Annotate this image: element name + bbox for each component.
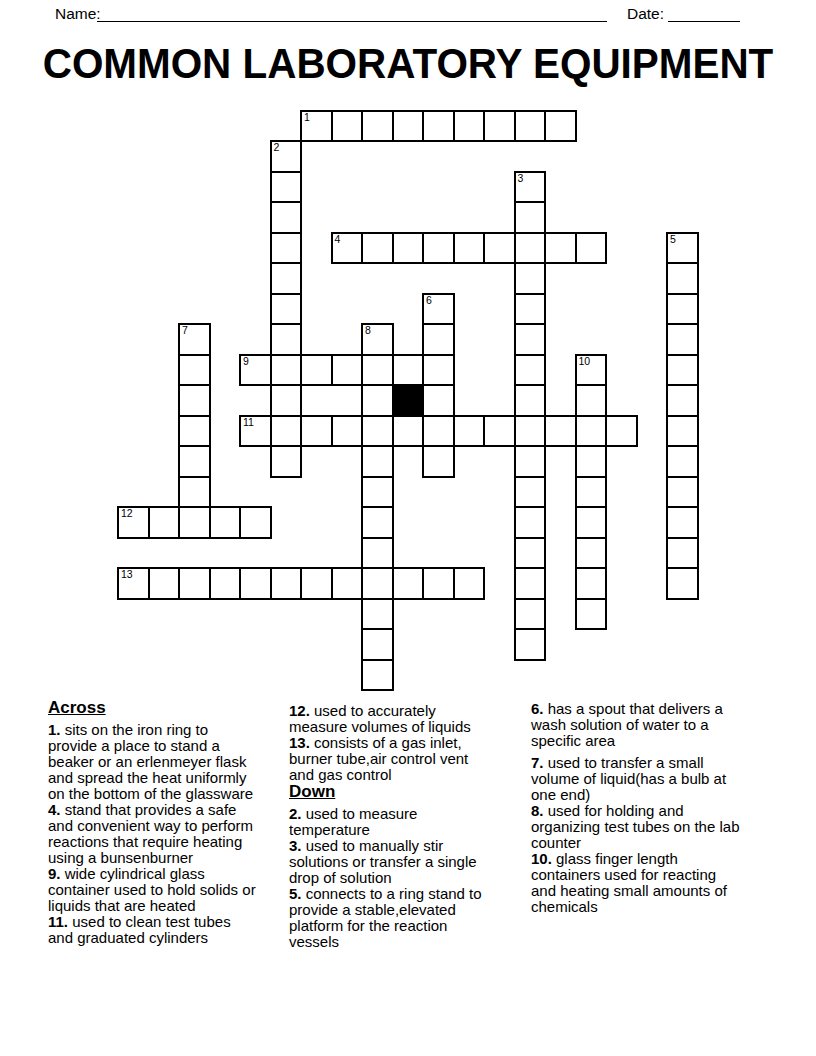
clue-num-label: 5. [289, 885, 302, 902]
grid-cell-r4c9[interactable] [392, 232, 425, 265]
grid-cell-r10c5[interactable] [270, 415, 303, 448]
grid-cell-r0c8[interactable] [361, 110, 394, 143]
grid-cell-r3c5[interactable] [270, 201, 303, 234]
grid-cell-r4c11[interactable] [453, 232, 486, 265]
clue-text: consists of a gas inlet, burner tube,air… [289, 734, 468, 783]
across-header: Across [48, 699, 290, 717]
clue-number: 10 [579, 356, 591, 367]
grid-cell-r14c8[interactable] [361, 537, 394, 570]
grid-cell-r8c7[interactable] [331, 354, 364, 387]
down-header: Down [289, 783, 529, 801]
grid-cell-r12c2[interactable] [178, 476, 211, 509]
grid-cell-r15c8[interactable] [361, 567, 394, 600]
grid-cell-r10c9[interactable] [392, 415, 425, 448]
grid-cell-r9c13[interactable] [514, 384, 547, 417]
clue-text: used for holding and organizing test tub… [531, 802, 739, 851]
grid-cell-r8c6[interactable] [300, 354, 333, 387]
clue-num-label: 12. [289, 702, 310, 719]
grid-cell-r0c6[interactable]: 1 [300, 110, 333, 143]
grid-cell-r15c0[interactable]: 13 [117, 567, 150, 600]
clue-text: wide cylindrical glass container used to… [48, 865, 256, 914]
clue-down-6: 6. has a spout that delivers a wash solu… [531, 701, 783, 749]
grid-cell-r6c13[interactable] [514, 293, 547, 326]
grid-cell-r9c10[interactable] [422, 384, 455, 417]
clue-number: 2 [274, 142, 280, 153]
clue-num-label: 8. [531, 802, 544, 819]
grid-cell-r11c2[interactable] [178, 445, 211, 478]
clue-num-label: 1. [48, 721, 61, 738]
grid-cell-r10c16[interactable] [605, 415, 638, 448]
clue-number: 7 [182, 325, 188, 336]
grid-cell-r12c13[interactable] [514, 476, 547, 509]
grid-cell-r10c18[interactable] [666, 415, 699, 448]
grid-cell-r8c15[interactable]: 10 [575, 354, 608, 387]
grid-cell-r11c5[interactable] [270, 445, 303, 478]
clue-num-label: 10. [531, 850, 552, 867]
grid-cell-r10c13[interactable] [514, 415, 547, 448]
clue-num-label: 6. [531, 700, 544, 717]
clue-num-label: 9. [48, 865, 61, 882]
clue-num-label: 4. [48, 801, 61, 818]
grid-cell-r15c18[interactable] [666, 567, 699, 600]
grid-cell-r2c13[interactable]: 3 [514, 171, 547, 204]
grid-cell-r8c5[interactable] [270, 354, 303, 387]
grid-cell-r8c18[interactable] [666, 354, 699, 387]
grid-cell-r9c18[interactable] [666, 384, 699, 417]
clue-down-7: 7. used to transfer a small volume of li… [531, 755, 783, 803]
grid-cell-r15c5[interactable] [270, 567, 303, 600]
grid-cell-r15c1[interactable] [148, 567, 181, 600]
clue-number: 4 [335, 234, 341, 245]
grid-cell-r4c7[interactable]: 4 [331, 232, 364, 265]
grid-cell-r2c5[interactable] [270, 171, 303, 204]
clue-text: connects to a ring stand to provide a st… [289, 885, 482, 950]
grid-cell-r4c14[interactable] [544, 232, 577, 265]
clue-down-8: 8. used for holding and organizing test … [531, 803, 783, 851]
clue-num-label: 3. [289, 837, 302, 854]
clue-across-13: 13. consists of a gas inlet, burner tube… [289, 735, 529, 783]
grid-cell-r4c8[interactable] [361, 232, 394, 265]
grid-cell-r9c5[interactable] [270, 384, 303, 417]
grid-cell-r16c8[interactable] [361, 598, 394, 631]
clue-text: used to transfer a small volume of liqui… [531, 754, 726, 803]
grid-cell-r7c13[interactable] [514, 323, 547, 356]
grid-cell-r11c18[interactable] [666, 445, 699, 478]
grid-cell-r4c5[interactable] [270, 232, 303, 265]
clue-text: used to manually stir solutions or trans… [289, 837, 477, 886]
grid-cell-r15c4[interactable] [239, 567, 272, 600]
grid-cell-r18c8[interactable] [361, 659, 394, 692]
clue-number: 8 [365, 325, 371, 336]
clue-across-9: 9. wide cylindrical glass container used… [48, 866, 290, 914]
clue-number: 11 [243, 417, 254, 428]
clues-column-3: 6. has a spout that delivers a wash solu… [531, 701, 783, 915]
grid-cell-r6c18[interactable] [666, 293, 699, 326]
grid-cell-r11c15[interactable] [575, 445, 608, 478]
clue-num-label: 13. [289, 734, 310, 751]
clue-number: 6 [426, 295, 432, 306]
grid-cell-r8c2[interactable] [178, 354, 211, 387]
grid-cell-r5c13[interactable] [514, 262, 547, 295]
clue-across-12: 12. used to accurately measure volumes o… [289, 703, 529, 735]
clue-text: stand that provides a safe and convenien… [48, 801, 253, 866]
grid-cell-r15c2[interactable] [178, 567, 211, 600]
clue-down-3: 3. used to manually stir solutions or tr… [289, 838, 529, 886]
clue-down-2: 2. used to measure temperature [289, 806, 529, 838]
grid-cell-r10c6[interactable] [300, 415, 333, 448]
clue-down-5: 5. connects to a ring stand to provide a… [289, 886, 529, 950]
clue-text: used to accurately measure volumes of li… [289, 702, 471, 735]
crossword-grid: 12345678910111213 [0, 0, 816, 700]
grid-cell-r13c1[interactable] [148, 506, 181, 539]
grid-cell-r11c10[interactable] [422, 445, 455, 478]
grid-cell-r9c2[interactable] [178, 384, 211, 417]
grid-cell-r9c15[interactable] [575, 384, 608, 417]
clue-across-4: 4. stand that provides a safe and conven… [48, 802, 290, 866]
grid-cell-r15c13[interactable] [514, 567, 547, 600]
grid-cell-r10c10[interactable] [422, 415, 455, 448]
grid-cell-r7c2[interactable]: 7 [178, 323, 211, 356]
grid-cell-r10c11[interactable] [453, 415, 486, 448]
grid-cell-r10c7[interactable] [331, 415, 364, 448]
grid-cell-r0c12[interactable] [483, 110, 516, 143]
grid-cell-r4c15[interactable] [575, 232, 608, 265]
grid-cell-r4c10[interactable] [422, 232, 455, 265]
grid-cell-r15c6[interactable] [300, 567, 333, 600]
clues-column-2: 12. used to accurately measure volumes o… [289, 703, 529, 950]
grid-cell-r9c8[interactable] [361, 384, 394, 417]
clue-number: 13 [121, 569, 133, 580]
grid-cell-r15c7[interactable] [331, 567, 364, 600]
clue-number: 9 [243, 356, 249, 367]
clue-number: 1 [304, 112, 310, 123]
grid-cell-r6c10[interactable]: 6 [422, 293, 455, 326]
grid-cell-r7c5[interactable] [270, 323, 303, 356]
grid-cell-r17c8[interactable] [361, 628, 394, 661]
grid-cell-r1c5[interactable]: 2 [270, 140, 303, 173]
grid-cell-r14c15[interactable] [575, 537, 608, 570]
grid-cell-r10c8[interactable] [361, 415, 394, 448]
clue-text: sits on the iron ring to provide a place… [48, 721, 253, 802]
grid-cell-r15c9[interactable] [392, 567, 425, 600]
grid-cell-r13c2[interactable] [178, 506, 211, 539]
grid-cell-r13c8[interactable] [361, 506, 394, 539]
clue-number: 3 [518, 173, 524, 184]
grid-cell-r4c12[interactable] [483, 232, 516, 265]
grid-cell-r11c13[interactable] [514, 445, 547, 478]
clue-text: has a spout that delivers a wash solutio… [531, 700, 723, 749]
grid-cell-r12c18[interactable] [666, 476, 699, 509]
grid-cell-r8c9[interactable] [392, 354, 425, 387]
grid-cell-r13c0[interactable]: 12 [117, 506, 150, 539]
clue-across-1: 1. sits on the iron ring to provide a pl… [48, 722, 290, 802]
grid-cell-r13c4[interactable] [239, 506, 272, 539]
clues-column-1: Across1. sits on the iron ring to provid… [48, 699, 290, 946]
grid-cell-r5c18[interactable] [666, 262, 699, 295]
grid-cell-r15c10[interactable] [422, 567, 455, 600]
grid-cell-r12c8[interactable] [361, 476, 394, 509]
grid-cell-r10c4[interactable]: 11 [239, 415, 272, 448]
grid-cell-r0c14[interactable] [544, 110, 577, 143]
clue-across-11: 11. used to clean test tubes and graduat… [48, 914, 290, 946]
grid-cell-r7c18[interactable] [666, 323, 699, 356]
grid-cell-r7c8[interactable]: 8 [361, 323, 394, 356]
grid-cell-r7c10[interactable] [422, 323, 455, 356]
grid-cell-r15c11[interactable] [453, 567, 486, 600]
grid-cell-r4c18[interactable]: 5 [666, 232, 699, 265]
clue-text: used to measure temperature [289, 805, 417, 838]
grid-cell-r11c8[interactable] [361, 445, 394, 478]
clue-number: 12 [121, 508, 133, 519]
grid-cell-r0c13[interactable] [514, 110, 547, 143]
grid-cell-r6c5[interactable] [270, 293, 303, 326]
grid-cell-r10c14[interactable] [544, 415, 577, 448]
clue-num-label: 2. [289, 805, 302, 822]
clue-text: glass finger length containers used for … [531, 850, 727, 915]
grid-cell-r3c13[interactable] [514, 201, 547, 234]
grid-cell-r13c15[interactable] [575, 506, 608, 539]
clue-number: 5 [670, 234, 676, 245]
grid-cell-r17c13[interactable] [514, 628, 547, 661]
grid-cell-r8c8[interactable] [361, 354, 394, 387]
grid-cell-r15c15[interactable] [575, 567, 608, 600]
grid-cell-r10c2[interactable] [178, 415, 211, 448]
grid-cell-r0c9[interactable] [392, 110, 425, 143]
clue-num-label: 11. [48, 913, 68, 930]
grid-cell-r12c15[interactable] [575, 476, 608, 509]
grid-cell-r10c15[interactable] [575, 415, 608, 448]
black-cell [392, 384, 425, 417]
grid-cell-r13c18[interactable] [666, 506, 699, 539]
clue-num-label: 7. [531, 754, 544, 771]
grid-cell-r13c13[interactable] [514, 506, 547, 539]
grid-cell-r15c3[interactable] [209, 567, 242, 600]
grid-cell-r5c5[interactable] [270, 262, 303, 295]
grid-cell-r0c11[interactable] [453, 110, 486, 143]
grid-cell-r0c10[interactable] [422, 110, 455, 143]
clue-text: used to clean test tubes and graduated c… [48, 913, 231, 946]
grid-cell-r14c13[interactable] [514, 537, 547, 570]
grid-cell-r8c10[interactable] [422, 354, 455, 387]
grid-cell-r16c13[interactable] [514, 598, 547, 631]
grid-cell-r0c7[interactable] [331, 110, 364, 143]
grid-cell-r8c13[interactable] [514, 354, 547, 387]
grid-cell-r8c4[interactable]: 9 [239, 354, 272, 387]
grid-cell-r10c12[interactable] [483, 415, 516, 448]
grid-cell-r13c3[interactable] [209, 506, 242, 539]
grid-cell-r14c18[interactable] [666, 537, 699, 570]
clue-down-10: 10. glass finger length containers used … [531, 851, 783, 915]
grid-cell-r16c15[interactable] [575, 598, 608, 631]
grid-cell-r4c13[interactable] [514, 232, 547, 265]
